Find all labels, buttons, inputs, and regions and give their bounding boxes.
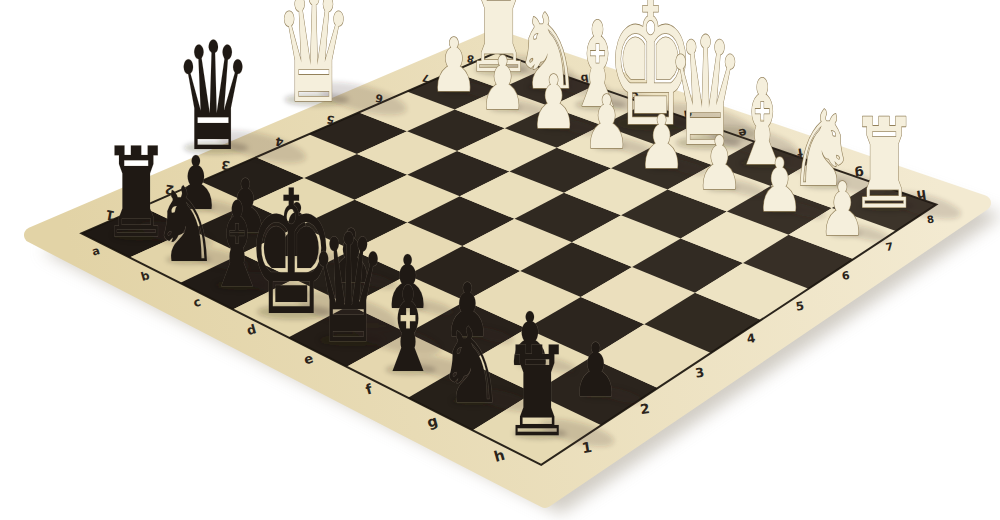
white-queen-spare: ♛	[275, 0, 353, 136]
black-knight-g1: ♞	[437, 305, 504, 426]
white-pawn-g7: ♟	[756, 142, 804, 228]
chess-set-product-photo: aabbccddeeffgghh1122334455667788♜♞♟♛♝♟♚♟…	[0, 0, 1000, 520]
white-pawn-c7: ♟	[530, 59, 578, 145]
white-pawn-e7: ♟	[638, 99, 686, 185]
black-queen-e1: ♛	[309, 202, 387, 377]
chess-board-photo: aabbccddeeffgghh1122334455667788♜♞♟♛♝♟♚♟…	[0, 0, 1000, 520]
white-pawn-f7: ♟	[695, 120, 743, 206]
white-pawn-d7: ♟	[583, 79, 631, 165]
black-rook-h1: ♜	[503, 319, 572, 463]
black-pawn-h2: ♟	[572, 327, 620, 413]
white-pawn-h7: ♟	[819, 166, 867, 252]
black-bishop-f1: ♝	[378, 261, 437, 399]
white-pawn-b7: ♟	[479, 40, 527, 126]
white-pawn-a7: ♟	[430, 22, 478, 108]
